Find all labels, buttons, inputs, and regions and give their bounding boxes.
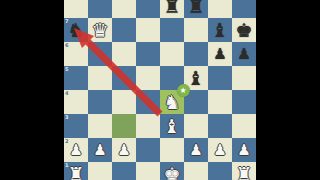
- rank-label-3: 3: [65, 114, 68, 120]
- black-pawn-h6[interactable]: ♟: [232, 42, 256, 66]
- square-a6[interactable]: 6: [64, 42, 88, 66]
- white-pawn-b2[interactable]: ♟: [88, 138, 112, 162]
- square-b6[interactable]: [88, 42, 112, 66]
- square-e2[interactable]: [160, 138, 184, 162]
- white-rook-a1[interactable]: ♜: [64, 162, 88, 180]
- rank-label-6: 6: [65, 42, 68, 48]
- square-g5[interactable]: [208, 66, 232, 90]
- chess-app-viewport: 87654321abcdefgh♜♜♞♛♝♚♟♟♝♞♝♟♟♟♟♟♟♜♚♜★: [0, 0, 320, 180]
- black-rook-e8[interactable]: ♜: [160, 0, 184, 18]
- square-a5[interactable]: 5: [64, 66, 88, 90]
- square-c7[interactable]: [112, 18, 136, 42]
- white-queen-b7[interactable]: ♛: [88, 18, 112, 42]
- left-letterbox-bar: [0, 0, 64, 180]
- square-g4[interactable]: [208, 90, 232, 114]
- square-d2[interactable]: [136, 138, 160, 162]
- square-g3[interactable]: [208, 114, 232, 138]
- square-e7[interactable]: [160, 18, 184, 42]
- black-knight-a7[interactable]: ♞: [64, 18, 88, 42]
- square-c4[interactable]: [112, 90, 136, 114]
- square-b1[interactable]: b: [88, 162, 112, 180]
- square-b4[interactable]: [88, 90, 112, 114]
- black-bishop-g7[interactable]: ♝: [208, 18, 232, 42]
- square-c3[interactable]: [112, 114, 136, 138]
- square-c6[interactable]: [112, 42, 136, 66]
- square-d4[interactable]: [136, 90, 160, 114]
- square-h3[interactable]: [232, 114, 256, 138]
- chess-board[interactable]: 87654321abcdefgh♜♜♞♛♝♚♟♟♝♞♝♟♟♟♟♟♟♜♚♜★: [64, 0, 256, 180]
- square-d8[interactable]: [136, 0, 160, 18]
- square-h5[interactable]: [232, 66, 256, 90]
- square-g1[interactable]: g: [208, 162, 232, 180]
- white-pawn-g2[interactable]: ♟: [208, 138, 232, 162]
- square-d1[interactable]: d: [136, 162, 160, 180]
- square-a3[interactable]: 3: [64, 114, 88, 138]
- square-f1[interactable]: f: [184, 162, 208, 180]
- white-pawn-h2[interactable]: ♟: [232, 138, 256, 162]
- square-b3[interactable]: [88, 114, 112, 138]
- right-letterbox-bar: [256, 0, 320, 180]
- square-e6[interactable]: [160, 42, 184, 66]
- white-pawn-a2[interactable]: ♟: [64, 138, 88, 162]
- white-rook-h1[interactable]: ♜: [232, 162, 256, 180]
- square-d7[interactable]: [136, 18, 160, 42]
- black-rook-f8[interactable]: ♜: [184, 0, 208, 18]
- square-f6[interactable]: [184, 42, 208, 66]
- square-h4[interactable]: [232, 90, 256, 114]
- square-f3[interactable]: [184, 114, 208, 138]
- square-g8[interactable]: [208, 0, 232, 18]
- black-king-h7[interactable]: ♚: [232, 18, 256, 42]
- square-c5[interactable]: [112, 66, 136, 90]
- square-a4[interactable]: 4: [64, 90, 88, 114]
- rank-label-5: 5: [65, 66, 68, 72]
- best-move-badge-icon: ★: [177, 84, 190, 97]
- white-pawn-c2[interactable]: ♟: [112, 138, 136, 162]
- square-b8[interactable]: [88, 0, 112, 18]
- square-f7[interactable]: [184, 18, 208, 42]
- white-pawn-f2[interactable]: ♟: [184, 138, 208, 162]
- square-a8[interactable]: 8: [64, 0, 88, 18]
- white-bishop-e3[interactable]: ♝: [160, 114, 184, 138]
- square-h8[interactable]: [232, 0, 256, 18]
- black-pawn-g6[interactable]: ♟: [208, 42, 232, 66]
- square-d5[interactable]: [136, 66, 160, 90]
- square-d6[interactable]: [136, 42, 160, 66]
- white-king-e1[interactable]: ♚: [160, 162, 184, 180]
- rank-label-4: 4: [65, 90, 68, 96]
- square-c1[interactable]: c: [112, 162, 136, 180]
- square-c8[interactable]: [112, 0, 136, 18]
- square-b5[interactable]: [88, 66, 112, 90]
- square-d3[interactable]: [136, 114, 160, 138]
